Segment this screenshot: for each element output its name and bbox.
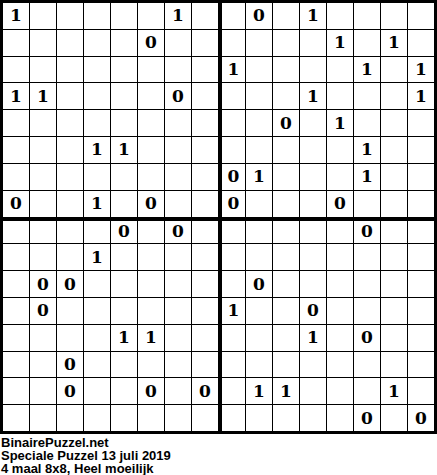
cell-r13c4-empty[interactable] — [84, 325, 110, 351]
cell-r9c15-empty[interactable] — [381, 218, 407, 244]
cell-r9c9-empty[interactable] — [219, 218, 245, 244]
cell-r8c13-given[interactable]: 0 — [327, 191, 353, 217]
cell-r14c1-empty[interactable] — [3, 352, 29, 378]
cell-r6c15-empty[interactable] — [381, 137, 407, 163]
cell-r2c6-given[interactable]: 0 — [138, 30, 164, 56]
cell-r10c11-empty[interactable] — [273, 244, 299, 270]
cell-r13c1-empty[interactable] — [3, 325, 29, 351]
cell-r11c3-given[interactable]: 0 — [57, 271, 83, 297]
cell-r12c15-empty[interactable] — [381, 298, 407, 324]
cell-r6c8-empty[interactable] — [192, 137, 218, 163]
cell-r2c3-empty[interactable] — [57, 30, 83, 56]
cell-r5c16-empty[interactable] — [408, 110, 434, 136]
cell-r9c8-empty[interactable] — [192, 218, 218, 244]
cell-r9c14-given[interactable]: 0 — [354, 218, 380, 244]
cell-r16c11-empty[interactable] — [273, 405, 299, 431]
cell-r2c9-empty[interactable] — [219, 30, 245, 56]
cell-r9c6-empty[interactable] — [138, 218, 164, 244]
cell-r6c10-empty[interactable] — [246, 137, 272, 163]
cell-r7c10-given[interactable]: 1 — [246, 164, 272, 190]
cell-r5c7-empty[interactable] — [165, 110, 191, 136]
cell-r3c8-empty[interactable] — [192, 57, 218, 83]
cell-r9c5-given[interactable]: 0 — [111, 218, 137, 244]
cell-r14c5-empty[interactable] — [111, 352, 137, 378]
cell-r12c3-empty[interactable] — [57, 298, 83, 324]
cell-r4c15-empty[interactable] — [381, 83, 407, 109]
cell-r7c8-empty[interactable] — [192, 164, 218, 190]
cell-r12c16-empty[interactable] — [408, 298, 434, 324]
cell-r16c12-empty[interactable] — [300, 405, 326, 431]
cell-r6c5-given[interactable]: 1 — [111, 137, 137, 163]
cell-r2c16-empty[interactable] — [408, 30, 434, 56]
cell-r12c6-empty[interactable] — [138, 298, 164, 324]
cell-r13c8-empty[interactable] — [192, 325, 218, 351]
cell-r6c12-empty[interactable] — [300, 137, 326, 163]
cell-r9c13-empty[interactable] — [327, 218, 353, 244]
puzzle-footer: BinairePuzzel.net Speciale Puzzel 13 jul… — [1, 436, 436, 475]
cell-r7c9-given[interactable]: 0 — [219, 164, 245, 190]
cell-r9c1-empty[interactable] — [3, 218, 29, 244]
cell-r7c5-empty[interactable] — [111, 164, 137, 190]
cell-r11c12-empty[interactable] — [300, 271, 326, 297]
cell-r5c1-empty[interactable] — [3, 110, 29, 136]
cell-r12c13-empty[interactable] — [327, 298, 353, 324]
cell-r5c12-empty[interactable] — [300, 110, 326, 136]
cell-r15c15-given[interactable]: 1 — [381, 378, 407, 404]
cell-r11c6-empty[interactable] — [138, 271, 164, 297]
cell-r16c9-empty[interactable] — [219, 405, 245, 431]
cell-r12c11-empty[interactable] — [273, 298, 299, 324]
cell-r4c7-given[interactable]: 0 — [165, 83, 191, 109]
cell-r5c11-given[interactable]: 0 — [273, 110, 299, 136]
cell-r10c13-empty[interactable] — [327, 244, 353, 270]
cell-r13c5-given[interactable]: 1 — [111, 325, 137, 351]
cell-r15c9-empty[interactable] — [219, 378, 245, 404]
cell-r1c10-given[interactable]: 0 — [246, 3, 272, 29]
cell-r2c10-empty[interactable] — [246, 30, 272, 56]
cell-r15c7-empty[interactable] — [165, 378, 191, 404]
cell-r10c1-empty[interactable] — [3, 244, 29, 270]
cell-r6c13-empty[interactable] — [327, 137, 353, 163]
cell-r15c13-empty[interactable] — [327, 378, 353, 404]
cell-r13c16-empty[interactable] — [408, 325, 434, 351]
cell-r1c15-empty[interactable] — [381, 3, 407, 29]
cell-r4c12-given[interactable]: 1 — [300, 83, 326, 109]
cell-r4c5-empty[interactable] — [111, 83, 137, 109]
cell-r6c14-given[interactable]: 1 — [354, 137, 380, 163]
cell-r5c3-empty[interactable] — [57, 110, 83, 136]
cell-r7c15-empty[interactable] — [381, 164, 407, 190]
cell-r5c5-empty[interactable] — [111, 110, 137, 136]
cell-r4c3-empty[interactable] — [57, 83, 83, 109]
cell-r1c6-empty[interactable] — [138, 3, 164, 29]
cell-r16c4-empty[interactable] — [84, 405, 110, 431]
cell-r8c7-empty[interactable] — [165, 191, 191, 217]
cell-r1c14-empty[interactable] — [354, 3, 380, 29]
cell-r6c2-empty[interactable] — [30, 137, 56, 163]
cell-r11c7-empty[interactable] — [165, 271, 191, 297]
cell-r2c8-empty[interactable] — [192, 30, 218, 56]
cell-r16c14-given[interactable]: 0 — [354, 405, 380, 431]
cell-r7c3-empty[interactable] — [57, 164, 83, 190]
cell-r10c8-empty[interactable] — [192, 244, 218, 270]
cell-r4c13-empty[interactable] — [327, 83, 353, 109]
cell-r7c14-given[interactable]: 1 — [354, 164, 380, 190]
cell-r10c12-empty[interactable] — [300, 244, 326, 270]
cell-r9c2-empty[interactable] — [30, 218, 56, 244]
cell-r9c7-given[interactable]: 0 — [165, 218, 191, 244]
cell-r10c16-empty[interactable] — [408, 244, 434, 270]
cell-r16c1-empty[interactable] — [3, 405, 29, 431]
cell-r14c11-empty[interactable] — [273, 352, 299, 378]
cell-r13c7-empty[interactable] — [165, 325, 191, 351]
cell-r8c8-empty[interactable] — [192, 191, 218, 217]
cell-r3c2-empty[interactable] — [30, 57, 56, 83]
cell-r4c14-empty[interactable] — [354, 83, 380, 109]
cell-r15c2-empty[interactable] — [30, 378, 56, 404]
cell-r11c8-empty[interactable] — [192, 271, 218, 297]
cell-r15c16-empty[interactable] — [408, 378, 434, 404]
cell-r16c7-empty[interactable] — [165, 405, 191, 431]
cell-r12c14-empty[interactable] — [354, 298, 380, 324]
cell-r7c4-empty[interactable] — [84, 164, 110, 190]
cell-r15c12-empty[interactable] — [300, 378, 326, 404]
cell-r11c16-empty[interactable] — [408, 271, 434, 297]
cell-r3c10-empty[interactable] — [246, 57, 272, 83]
cell-r7c13-empty[interactable] — [327, 164, 353, 190]
cell-r3c16-given[interactable]: 1 — [408, 57, 434, 83]
cell-r2c7-empty[interactable] — [165, 30, 191, 56]
cell-r2c5-empty[interactable] — [111, 30, 137, 56]
puzzle-page: 1101011111110110111101101000000100001011… — [0, 0, 437, 475]
cell-r10c14-empty[interactable] — [354, 244, 380, 270]
cell-r1c8-empty[interactable] — [192, 3, 218, 29]
cell-r10c9-empty[interactable] — [219, 244, 245, 270]
cell-r13c12-given[interactable]: 1 — [300, 325, 326, 351]
cell-r14c10-empty[interactable] — [246, 352, 272, 378]
cell-r15c10-given[interactable]: 1 — [246, 378, 272, 404]
cell-r16c13-empty[interactable] — [327, 405, 353, 431]
cell-r8c9-given[interactable]: 0 — [219, 191, 245, 217]
cell-r15c3-given[interactable]: 0 — [57, 378, 83, 404]
cell-r5c14-empty[interactable] — [354, 110, 380, 136]
cell-r10c5-empty[interactable] — [111, 244, 137, 270]
cell-r1c2-empty[interactable] — [30, 3, 56, 29]
cell-r14c3-given[interactable]: 0 — [57, 352, 83, 378]
cell-r10c7-empty[interactable] — [165, 244, 191, 270]
cell-r11c11-empty[interactable] — [273, 271, 299, 297]
cell-r3c11-empty[interactable] — [273, 57, 299, 83]
cell-r11c2-given[interactable]: 0 — [30, 271, 56, 297]
cell-r16c8-empty[interactable] — [192, 405, 218, 431]
cell-r10c15-empty[interactable] — [381, 244, 407, 270]
cell-r6c7-empty[interactable] — [165, 137, 191, 163]
cell-r12c7-empty[interactable] — [165, 298, 191, 324]
cell-r3c5-empty[interactable] — [111, 57, 137, 83]
cell-r14c7-empty[interactable] — [165, 352, 191, 378]
cell-r14c9-empty[interactable] — [219, 352, 245, 378]
cell-r7c6-empty[interactable] — [138, 164, 164, 190]
cell-r2c15-given[interactable]: 1 — [381, 30, 407, 56]
cell-r10c3-empty[interactable] — [57, 244, 83, 270]
cell-r13c2-empty[interactable] — [30, 325, 56, 351]
cell-r15c14-empty[interactable] — [354, 378, 380, 404]
cell-r13c14-given[interactable]: 0 — [354, 325, 380, 351]
cell-r7c2-empty[interactable] — [30, 164, 56, 190]
cell-r3c6-empty[interactable] — [138, 57, 164, 83]
cell-r14c12-empty[interactable] — [300, 352, 326, 378]
cell-r5c15-empty[interactable] — [381, 110, 407, 136]
cell-r8c3-empty[interactable] — [57, 191, 83, 217]
cell-r3c3-empty[interactable] — [57, 57, 83, 83]
cell-r8c1-given[interactable]: 0 — [3, 191, 29, 217]
puzzle-subtitle: 4 maal 8x8, Heel moeilijk — [1, 462, 436, 475]
cell-r3c14-given[interactable]: 1 — [354, 57, 380, 83]
cell-r16c6-empty[interactable] — [138, 405, 164, 431]
cell-r2c12-empty[interactable] — [300, 30, 326, 56]
cell-r4c9-empty[interactable] — [219, 83, 245, 109]
cell-r15c11-given[interactable]: 1 — [273, 378, 299, 404]
cell-r3c7-empty[interactable] — [165, 57, 191, 83]
cell-r7c11-empty[interactable] — [273, 164, 299, 190]
cell-r1c9-empty[interactable] — [219, 3, 245, 29]
cell-r2c14-empty[interactable] — [354, 30, 380, 56]
cell-r3c9-given[interactable]: 1 — [219, 57, 245, 83]
cell-r16c3-empty[interactable] — [57, 405, 83, 431]
cell-r4c11-empty[interactable] — [273, 83, 299, 109]
cell-r5c2-empty[interactable] — [30, 110, 56, 136]
cell-r1c13-empty[interactable] — [327, 3, 353, 29]
cell-r3c15-empty[interactable] — [381, 57, 407, 83]
cell-r14c14-empty[interactable] — [354, 352, 380, 378]
cell-r8c2-empty[interactable] — [30, 191, 56, 217]
cell-r5c4-empty[interactable] — [84, 110, 110, 136]
cell-r10c4-given[interactable]: 1 — [84, 244, 110, 270]
cell-r1c12-given[interactable]: 1 — [300, 3, 326, 29]
cell-r4c4-empty[interactable] — [84, 83, 110, 109]
cell-r12c12-given[interactable]: 0 — [300, 298, 326, 324]
cell-r5c8-empty[interactable] — [192, 110, 218, 136]
cell-r11c15-empty[interactable] — [381, 271, 407, 297]
cell-r12c4-empty[interactable] — [84, 298, 110, 324]
cell-r11c10-given[interactable]: 0 — [246, 271, 272, 297]
cell-r10c10-empty[interactable] — [246, 244, 272, 270]
cell-r14c16-empty[interactable] — [408, 352, 434, 378]
cell-r8c11-empty[interactable] — [273, 191, 299, 217]
cell-r5c10-empty[interactable] — [246, 110, 272, 136]
cell-r6c6-empty[interactable] — [138, 137, 164, 163]
cell-r8c14-empty[interactable] — [354, 191, 380, 217]
cell-r15c8-given[interactable]: 0 — [192, 378, 218, 404]
cell-r6c3-empty[interactable] — [57, 137, 83, 163]
cell-r14c8-empty[interactable] — [192, 352, 218, 378]
cell-r13c3-empty[interactable] — [57, 325, 83, 351]
cell-r4c16-given[interactable]: 1 — [408, 83, 434, 109]
cell-r11c4-empty[interactable] — [84, 271, 110, 297]
cell-r5c6-empty[interactable] — [138, 110, 164, 136]
cell-r14c6-empty[interactable] — [138, 352, 164, 378]
cell-r12c1-empty[interactable] — [3, 298, 29, 324]
cell-r16c10-empty[interactable] — [246, 405, 272, 431]
cell-r4c10-empty[interactable] — [246, 83, 272, 109]
cell-r2c11-empty[interactable] — [273, 30, 299, 56]
cell-r5c9-empty[interactable] — [219, 110, 245, 136]
cell-r2c1-empty[interactable] — [3, 30, 29, 56]
cell-r1c16-empty[interactable] — [408, 3, 434, 29]
cell-r8c5-empty[interactable] — [111, 191, 137, 217]
cell-r6c11-empty[interactable] — [273, 137, 299, 163]
cell-r11c13-empty[interactable] — [327, 271, 353, 297]
cell-r4c8-empty[interactable] — [192, 83, 218, 109]
cell-r4c1-given[interactable]: 1 — [3, 83, 29, 109]
cell-r9c11-empty[interactable] — [273, 218, 299, 244]
cell-r10c2-empty[interactable] — [30, 244, 56, 270]
cell-r9c4-empty[interactable] — [84, 218, 110, 244]
cell-r13c13-empty[interactable] — [327, 325, 353, 351]
cell-r7c12-empty[interactable] — [300, 164, 326, 190]
cell-r11c14-empty[interactable] — [354, 271, 380, 297]
cell-r7c16-empty[interactable] — [408, 164, 434, 190]
cell-r1c4-empty[interactable] — [84, 3, 110, 29]
cell-r1c7-given[interactable]: 1 — [165, 3, 191, 29]
cell-r1c1-given[interactable]: 1 — [3, 3, 29, 29]
cell-r16c5-empty[interactable] — [111, 405, 137, 431]
cell-r9c10-empty[interactable] — [246, 218, 272, 244]
cell-r15c5-empty[interactable] — [111, 378, 137, 404]
cell-r10c6-empty[interactable] — [138, 244, 164, 270]
cell-r13c6-given[interactable]: 1 — [138, 325, 164, 351]
cell-r15c1-empty[interactable] — [3, 378, 29, 404]
cell-r8c6-given[interactable]: 0 — [138, 191, 164, 217]
cell-r8c16-empty[interactable] — [408, 191, 434, 217]
cell-r7c1-empty[interactable] — [3, 164, 29, 190]
cell-r4c2-given[interactable]: 1 — [30, 83, 56, 109]
cell-r3c13-empty[interactable] — [327, 57, 353, 83]
cell-r6c9-empty[interactable] — [219, 137, 245, 163]
cell-r2c13-given[interactable]: 1 — [327, 30, 353, 56]
cell-r3c12-empty[interactable] — [300, 57, 326, 83]
cell-r8c10-empty[interactable] — [246, 191, 272, 217]
cell-r8c15-empty[interactable] — [381, 191, 407, 217]
cell-r11c9-empty[interactable] — [219, 271, 245, 297]
cell-r1c11-empty[interactable] — [273, 3, 299, 29]
cell-r16c2-empty[interactable] — [30, 405, 56, 431]
cell-r12c2-given[interactable]: 0 — [30, 298, 56, 324]
cell-r13c11-empty[interactable] — [273, 325, 299, 351]
cell-r15c6-given[interactable]: 0 — [138, 378, 164, 404]
cell-r1c3-empty[interactable] — [57, 3, 83, 29]
cell-r16c15-empty[interactable] — [381, 405, 407, 431]
cell-r13c15-empty[interactable] — [381, 325, 407, 351]
cell-r14c2-empty[interactable] — [30, 352, 56, 378]
cell-r6c1-empty[interactable] — [3, 137, 29, 163]
cell-r6c16-empty[interactable] — [408, 137, 434, 163]
cell-r12c10-empty[interactable] — [246, 298, 272, 324]
cell-r12c8-empty[interactable] — [192, 298, 218, 324]
binary-puzzle-board: 1101011111110110111101101000000100001011… — [0, 0, 437, 434]
cell-r8c12-empty[interactable] — [300, 191, 326, 217]
cell-r15c4-empty[interactable] — [84, 378, 110, 404]
cell-r12c5-empty[interactable] — [111, 298, 137, 324]
cell-r9c12-empty[interactable] — [300, 218, 326, 244]
cell-r9c3-empty[interactable] — [57, 218, 83, 244]
cell-r3c1-empty[interactable] — [3, 57, 29, 83]
cell-r1c5-empty[interactable] — [111, 3, 137, 29]
cell-r8c4-given[interactable]: 1 — [84, 191, 110, 217]
cell-r12c9-given[interactable]: 1 — [219, 298, 245, 324]
cell-r2c2-empty[interactable] — [30, 30, 56, 56]
cell-r16c16-given[interactable]: 0 — [408, 405, 434, 431]
cell-r4c6-empty[interactable] — [138, 83, 164, 109]
cell-r5c13-given[interactable]: 1 — [327, 110, 353, 136]
cell-r7c7-empty[interactable] — [165, 164, 191, 190]
cell-r14c15-empty[interactable] — [381, 352, 407, 378]
cell-r9c16-empty[interactable] — [408, 218, 434, 244]
cell-r13c10-empty[interactable] — [246, 325, 272, 351]
cell-r13c9-empty[interactable] — [219, 325, 245, 351]
cell-r14c13-empty[interactable] — [327, 352, 353, 378]
cell-r11c1-empty[interactable] — [3, 271, 29, 297]
cell-r14c4-empty[interactable] — [84, 352, 110, 378]
cell-r3c4-empty[interactable] — [84, 57, 110, 83]
cell-r6c4-given[interactable]: 1 — [84, 137, 110, 163]
cell-r2c4-empty[interactable] — [84, 30, 110, 56]
cell-r11c5-empty[interactable] — [111, 271, 137, 297]
